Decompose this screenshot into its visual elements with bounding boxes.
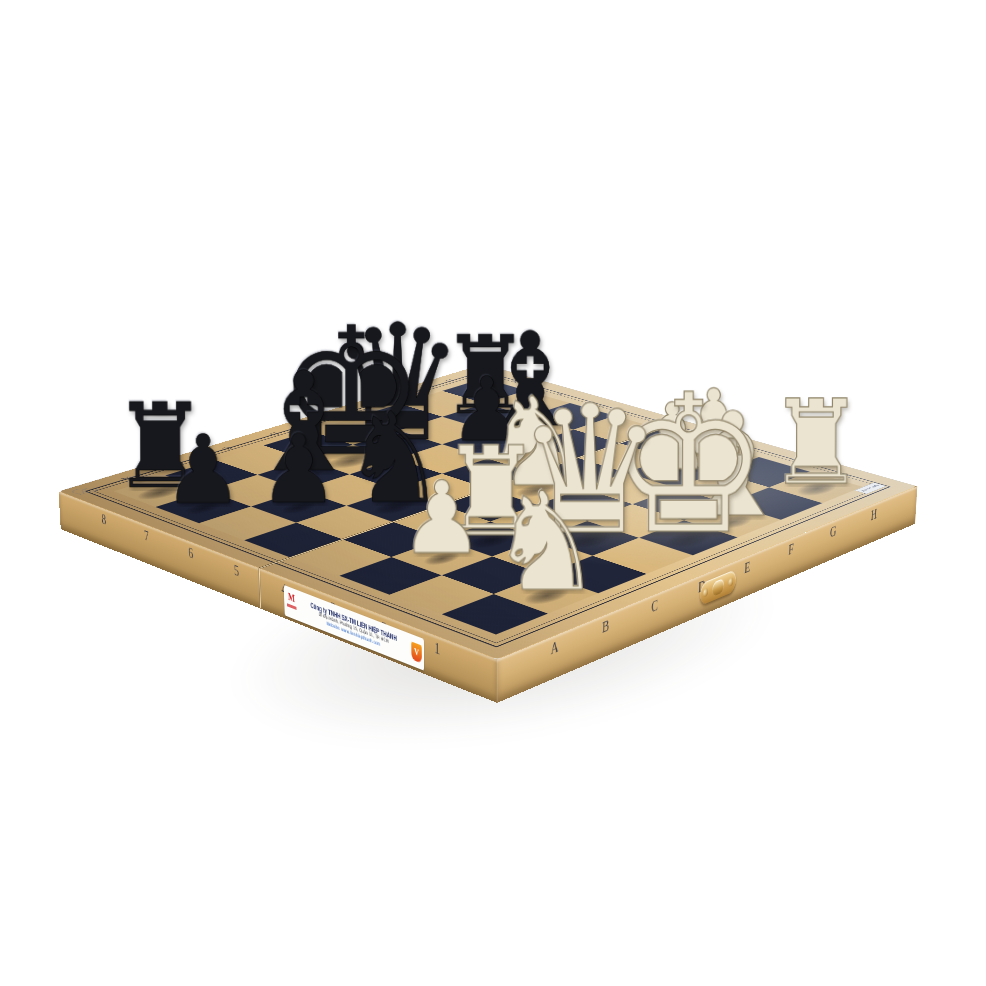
piece-shadow bbox=[651, 467, 695, 482]
piece-shadow bbox=[789, 479, 844, 498]
piece-shadow bbox=[516, 584, 577, 607]
piece-shadow bbox=[559, 529, 621, 551]
rank-label-8: 8 bbox=[98, 508, 111, 530]
piece-shadow bbox=[508, 481, 563, 500]
clasp-screw-icon bbox=[703, 588, 708, 598]
piece-shadow bbox=[465, 439, 508, 453]
piece-shadow bbox=[417, 550, 466, 568]
piece-shadow bbox=[707, 512, 759, 531]
rank-label-1: 1 bbox=[430, 636, 445, 661]
file-label-c: C bbox=[648, 594, 662, 618]
product-photo-scene: 87654321 M Công ty TNHH SX-TM LIÊN HIỆP … bbox=[0, 0, 986, 986]
rank-label-7: 7 bbox=[140, 525, 153, 547]
piece-white-pawn-h3: ♟ bbox=[616, 256, 812, 457]
rank-label-6: 6 bbox=[184, 542, 197, 565]
file-label-b: B bbox=[599, 614, 613, 639]
quality-badge-letter: V bbox=[414, 645, 419, 657]
piece-shadow bbox=[506, 424, 554, 439]
file-label-a: A bbox=[547, 635, 562, 660]
piece-white-king-e1: ♚ bbox=[582, 318, 796, 537]
fold-seam-side bbox=[258, 568, 261, 609]
file-label-f: F bbox=[785, 538, 798, 561]
clasp-latch-icon bbox=[712, 578, 724, 597]
rank-label-5: 5 bbox=[230, 559, 244, 582]
piece-shadow bbox=[320, 451, 382, 471]
maker-logo-icon: M bbox=[286, 590, 297, 617]
piece-shadow bbox=[179, 500, 227, 516]
file-label-h: H bbox=[868, 504, 880, 526]
file-label-e: E bbox=[741, 556, 754, 579]
quality-badge-icon: V bbox=[411, 641, 422, 663]
clasp-screw-icon bbox=[728, 577, 733, 587]
maker-logo-letter: M bbox=[286, 590, 297, 605]
square-f2 bbox=[633, 488, 728, 520]
brass-clasp-icon bbox=[700, 569, 736, 606]
file-label-g: G bbox=[827, 520, 839, 542]
